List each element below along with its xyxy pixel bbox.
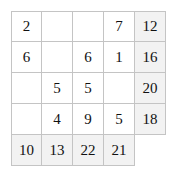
- total-cell: 16: [135, 42, 166, 73]
- grid-cell[interactable]: [11, 73, 42, 104]
- total-cell: 20: [135, 73, 166, 104]
- grid-cell[interactable]: 5: [104, 104, 135, 135]
- grid-cell[interactable]: 6: [73, 42, 104, 73]
- grid-cell[interactable]: 1: [104, 42, 135, 73]
- total-cell: 10: [11, 135, 42, 166]
- puzzle-grid: 27126611655204951810132221: [11, 11, 166, 166]
- grid-cell[interactable]: 6: [11, 42, 42, 73]
- grid-cell[interactable]: 5: [42, 73, 73, 104]
- total-cell: 13: [42, 135, 73, 166]
- total-cell: 12: [135, 11, 166, 42]
- grid-cell[interactable]: 7: [104, 11, 135, 42]
- grid-cell[interactable]: 9: [73, 104, 104, 135]
- grid-cell[interactable]: 2: [11, 11, 42, 42]
- grid-cell[interactable]: [73, 11, 104, 42]
- grid-cell[interactable]: [42, 42, 73, 73]
- grid-cell[interactable]: [104, 73, 135, 104]
- grid-cell[interactable]: [11, 104, 42, 135]
- total-cell: 21: [104, 135, 135, 166]
- void-cell: [135, 135, 166, 166]
- grid-cell[interactable]: 4: [42, 104, 73, 135]
- grid-cell[interactable]: [42, 11, 73, 42]
- total-cell: 22: [73, 135, 104, 166]
- total-cell: 18: [135, 104, 166, 135]
- grid-cell[interactable]: 5: [73, 73, 104, 104]
